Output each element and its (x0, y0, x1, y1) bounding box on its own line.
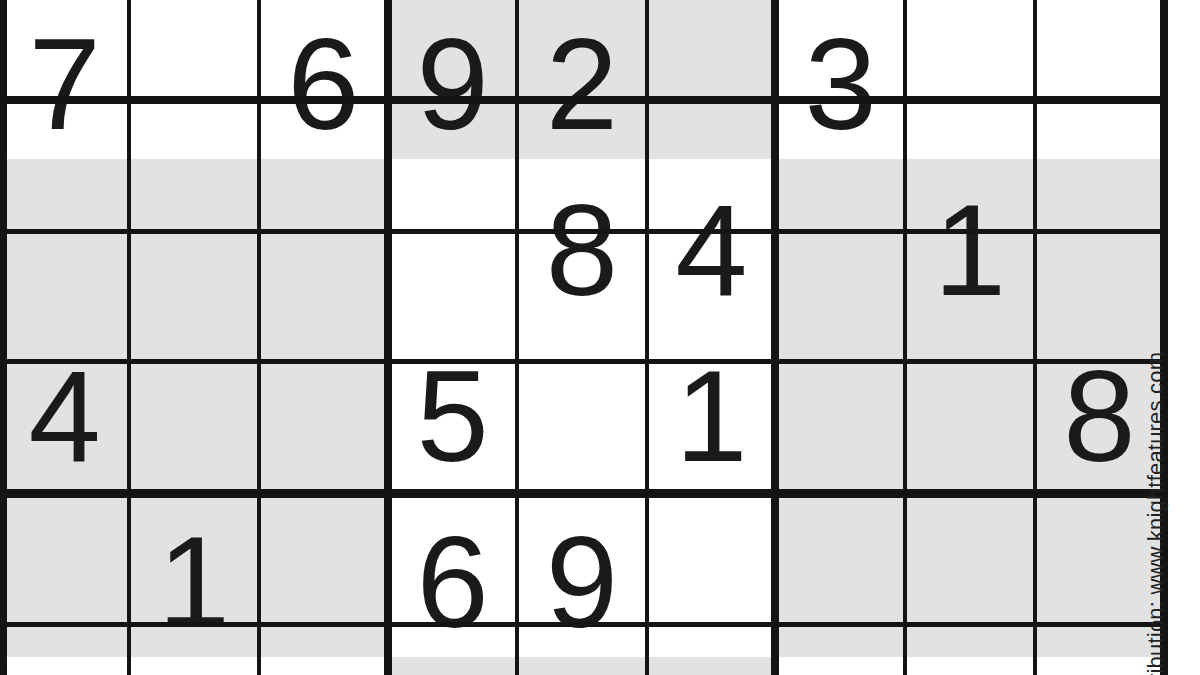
cell-r2c8[interactable]: 1 (905, 159, 1034, 325)
cell-r3c4[interactable]: 5 (388, 325, 517, 491)
cell-r4c6[interactable] (647, 491, 776, 657)
cell-r1c5[interactable]: 2 (517, 0, 646, 159)
cell-r5c6[interactable]: 9 (647, 657, 776, 675)
cell-r4c3[interactable] (259, 491, 388, 657)
cell-r2c1[interactable] (0, 159, 129, 325)
cell-r4c5[interactable]: 9 (517, 491, 646, 657)
cell-r2c5[interactable]: 8 (517, 159, 646, 325)
cell-r5c8[interactable] (905, 657, 1034, 675)
cell-r4c7[interactable] (776, 491, 905, 657)
grid-line (0, 489, 1168, 498)
cell-r4c4[interactable]: 6 (388, 491, 517, 657)
cell-r2c2[interactable] (129, 159, 258, 325)
cell-r5c4[interactable] (388, 657, 517, 675)
attribution-text: ribution: www.knightfeatures.com (1143, 352, 1169, 675)
cell-r4c2[interactable]: 1 (129, 491, 258, 657)
grid-line (0, 96, 1168, 104)
cell-r1c8[interactable] (905, 0, 1034, 159)
cell-r1c7[interactable]: 3 (776, 0, 905, 159)
grid-line (0, 622, 1168, 627)
cell-r1c1[interactable]: 7 (0, 0, 129, 159)
cell-r2c4[interactable] (388, 159, 517, 325)
grid-line (0, 359, 1168, 364)
cell-r2c7[interactable] (776, 159, 905, 325)
cell-r1c2[interactable] (129, 0, 258, 159)
cell-r3c1[interactable]: 4 (0, 325, 129, 491)
cell-r5c2[interactable] (129, 657, 258, 675)
cell-r4c8[interactable] (905, 491, 1034, 657)
grid-line (0, 229, 1168, 234)
cell-r3c2[interactable] (129, 325, 258, 491)
cell-r3c8[interactable] (905, 325, 1034, 491)
cell-r1c6[interactable] (647, 0, 776, 159)
cell-r5c5[interactable]: 4 (517, 657, 646, 675)
cell-r1c9[interactable] (1035, 0, 1164, 159)
cell-r3c3[interactable] (259, 325, 388, 491)
cell-r5c7[interactable]: 8 (776, 657, 905, 675)
cell-r3c6[interactable]: 1 (647, 325, 776, 491)
cell-r2c3[interactable] (259, 159, 388, 325)
cell-r3c7[interactable] (776, 325, 905, 491)
cell-r1c3[interactable]: 6 (259, 0, 388, 159)
cell-r5c3[interactable]: 1 (259, 657, 388, 675)
sudoku-screenshot: 76923841451816914986681 ribution: www.kn… (0, 0, 1200, 675)
cell-r5c1[interactable] (0, 657, 129, 675)
cell-r4c1[interactable] (0, 491, 129, 657)
cell-r3c5[interactable] (517, 325, 646, 491)
cell-r2c9[interactable] (1035, 159, 1164, 325)
cell-r1c4[interactable]: 9 (388, 0, 517, 159)
cell-r2c6[interactable]: 4 (647, 159, 776, 325)
